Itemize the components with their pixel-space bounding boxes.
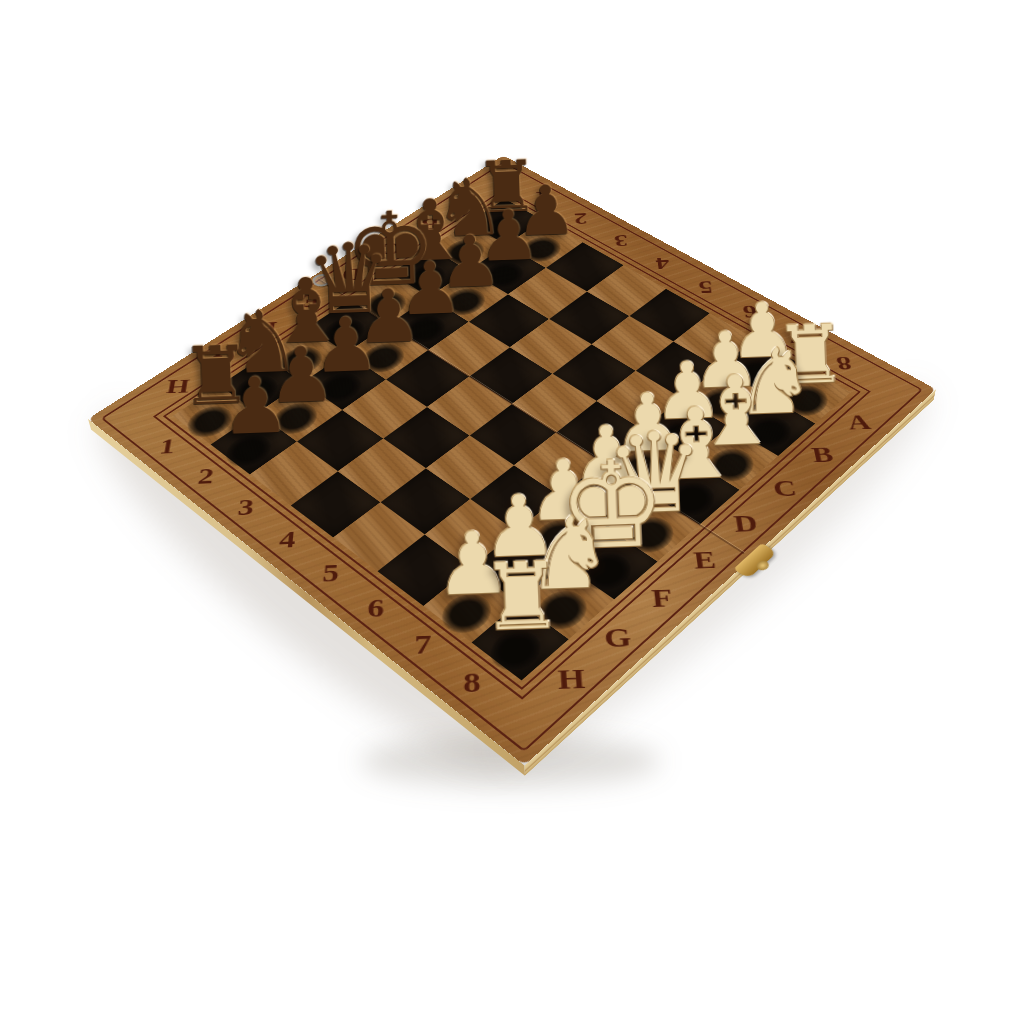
brass-clasp — [733, 543, 776, 579]
dark-pawn-glyph: ♟ — [219, 366, 291, 446]
rank-label-right-4: 4 — [643, 252, 683, 276]
rank-label-left-5: 5 — [307, 555, 353, 590]
file-label-near-h: H — [547, 659, 596, 699]
file-label-near-c: C — [761, 472, 809, 504]
board-perspective-wrapper: HGFEDCBAHGFEDCBA1234567812345678♜♞♝♛♚♝♞♜… — [0, 0, 1024, 1024]
rank-label-left-3: 3 — [223, 491, 269, 524]
chess-board: HGFEDCBAHGFEDCBA1234567812345678♜♞♝♛♚♝♞♜… — [88, 155, 936, 765]
file-label-near-g: G — [593, 619, 642, 657]
rank-label-left-7: 7 — [399, 625, 446, 663]
rank-label-left-6: 6 — [352, 590, 399, 627]
rank-label-left-8: 8 — [448, 663, 495, 703]
rank-label-left-1: 1 — [144, 431, 190, 461]
file-label-near-a: A — [835, 407, 883, 437]
dark-pawn-h2[interactable]: ♟ — [192, 337, 318, 447]
rank-label-left-2: 2 — [183, 460, 229, 492]
rank-label-right-3: 3 — [602, 229, 641, 253]
light-rook-glyph: ♜ — [479, 550, 565, 645]
file-label-near-d: D — [721, 507, 770, 541]
product-photo-scene: HGFEDCBAHGFEDCBA1234567812345678♜♞♝♛♚♝♞♜… — [0, 0, 1024, 1024]
file-label-near-b: B — [798, 439, 846, 470]
light-rook-h8[interactable]: ♜ — [450, 521, 592, 645]
rank-label-left-4: 4 — [264, 522, 310, 556]
file-label-near-e: E — [680, 542, 729, 577]
file-label-near-f: F — [638, 580, 687, 617]
